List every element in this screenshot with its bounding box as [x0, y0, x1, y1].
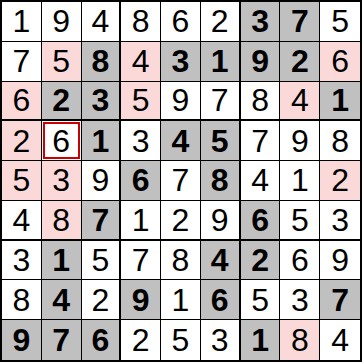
cell-r6c7[interactable]: 6 [241, 201, 281, 241]
cell-r2c5[interactable]: 3 [161, 42, 201, 82]
cell-r4c6[interactable]: 5 [201, 121, 241, 161]
cell-r5c2[interactable]: 3 [42, 161, 82, 201]
cell-r1c5[interactable]: 6 [161, 2, 201, 42]
cell-r7c6[interactable]: 4 [201, 241, 241, 281]
cell-r4c1[interactable]: 2 [2, 121, 42, 161]
cell-r7c1[interactable]: 3 [2, 241, 42, 281]
cell-r4c5[interactable]: 4 [161, 121, 201, 161]
cell-r8c3[interactable]: 2 [82, 280, 122, 320]
cell-r3c2[interactable]: 2 [42, 82, 82, 122]
cell-r8c5[interactable]: 1 [161, 280, 201, 320]
cell-r7c7[interactable]: 2 [241, 241, 281, 281]
cell-r9c8[interactable]: 8 [280, 320, 320, 360]
cell-r5c3[interactable]: 9 [82, 161, 122, 201]
cell-r9c9[interactable]: 4 [320, 320, 360, 360]
sudoku-board: 1948623757584319266235978412613457985396… [0, 0, 362, 362]
cell-r9c2[interactable]: 7 [42, 320, 82, 360]
cell-r2c1[interactable]: 7 [2, 42, 42, 82]
cell-r2c9[interactable]: 6 [320, 42, 360, 82]
cell-r7c8[interactable]: 6 [280, 241, 320, 281]
cell-r7c3[interactable]: 5 [82, 241, 122, 281]
cell-r5c6[interactable]: 8 [201, 161, 241, 201]
cell-r3c1[interactable]: 6 [2, 82, 42, 122]
cell-r7c2[interactable]: 1 [42, 241, 82, 281]
cell-r3c4[interactable]: 5 [121, 82, 161, 122]
cell-r1c1[interactable]: 1 [2, 2, 42, 42]
cell-r8c1[interactable]: 8 [2, 280, 42, 320]
cell-r5c9[interactable]: 2 [320, 161, 360, 201]
cell-r5c1[interactable]: 5 [2, 161, 42, 201]
cell-r7c9[interactable]: 9 [320, 241, 360, 281]
cell-r5c5[interactable]: 7 [161, 161, 201, 201]
cell-r3c7[interactable]: 8 [241, 82, 281, 122]
cell-r1c3[interactable]: 4 [82, 2, 122, 42]
cell-r8c4[interactable]: 9 [121, 280, 161, 320]
cell-r2c4[interactable]: 4 [121, 42, 161, 82]
cell-r4c8[interactable]: 9 [280, 121, 320, 161]
cell-r3c9[interactable]: 1 [320, 82, 360, 122]
cell-r8c8[interactable]: 3 [280, 280, 320, 320]
cell-r9c4[interactable]: 2 [121, 320, 161, 360]
cell-r6c8[interactable]: 5 [280, 201, 320, 241]
cell-r8c9[interactable]: 7 [320, 280, 360, 320]
cell-r2c2[interactable]: 5 [42, 42, 82, 82]
cell-r1c8[interactable]: 7 [280, 2, 320, 42]
cell-r4c2[interactable]: 6 [42, 121, 82, 161]
cell-r1c7[interactable]: 3 [241, 2, 281, 42]
cell-r1c9[interactable]: 5 [320, 2, 360, 42]
cell-r4c9[interactable]: 8 [320, 121, 360, 161]
cell-r9c6[interactable]: 3 [201, 320, 241, 360]
cell-r6c3[interactable]: 7 [82, 201, 122, 241]
cell-r5c8[interactable]: 1 [280, 161, 320, 201]
cell-r2c8[interactable]: 2 [280, 42, 320, 82]
cell-r8c7[interactable]: 5 [241, 280, 281, 320]
cell-r3c8[interactable]: 4 [280, 82, 320, 122]
cell-r6c9[interactable]: 3 [320, 201, 360, 241]
cell-r3c5[interactable]: 9 [161, 82, 201, 122]
cell-r9c1[interactable]: 9 [2, 320, 42, 360]
cell-r9c5[interactable]: 5 [161, 320, 201, 360]
cell-r4c4[interactable]: 3 [121, 121, 161, 161]
cell-r5c7[interactable]: 4 [241, 161, 281, 201]
cell-r6c2[interactable]: 8 [42, 201, 82, 241]
cell-r9c3[interactable]: 6 [82, 320, 122, 360]
cell-r5c4[interactable]: 6 [121, 161, 161, 201]
cell-r1c4[interactable]: 8 [121, 2, 161, 42]
cell-r4c3[interactable]: 1 [82, 121, 122, 161]
cell-r7c4[interactable]: 7 [121, 241, 161, 281]
cell-r1c6[interactable]: 2 [201, 2, 241, 42]
cell-r3c3[interactable]: 3 [82, 82, 122, 122]
cell-r6c6[interactable]: 9 [201, 201, 241, 241]
cell-r6c5[interactable]: 2 [161, 201, 201, 241]
cell-r2c3[interactable]: 8 [82, 42, 122, 82]
cell-r6c4[interactable]: 1 [121, 201, 161, 241]
cell-r9c7[interactable]: 1 [241, 320, 281, 360]
cell-r7c5[interactable]: 8 [161, 241, 201, 281]
cell-r4c7[interactable]: 7 [241, 121, 281, 161]
cell-r2c6[interactable]: 1 [201, 42, 241, 82]
cell-r8c6[interactable]: 6 [201, 280, 241, 320]
cell-r1c2[interactable]: 9 [42, 2, 82, 42]
cell-r3c6[interactable]: 7 [201, 82, 241, 122]
cell-r2c7[interactable]: 9 [241, 42, 281, 82]
cell-r6c1[interactable]: 4 [2, 201, 42, 241]
cell-r8c2[interactable]: 4 [42, 280, 82, 320]
